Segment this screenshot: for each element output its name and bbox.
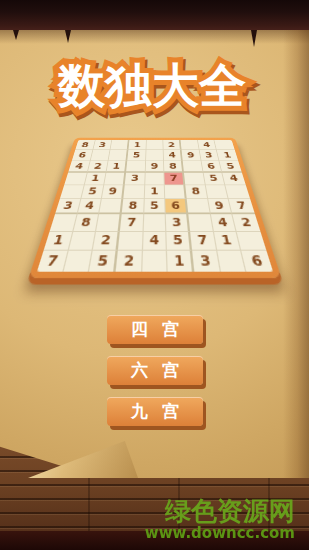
top-status-bar: [0, 0, 309, 30]
cell-r2c7: 9: [182, 150, 202, 161]
sudoku-grid: 8312465493142198651375459183485697873421…: [37, 140, 273, 272]
cell-r7c7: [188, 215, 213, 232]
cell-r9c9: 6: [242, 251, 273, 272]
cell-r3c7: [183, 161, 204, 173]
cell-r3c9: 5: [220, 161, 242, 173]
cell-r8c3: 2: [93, 232, 120, 251]
cell-r3c5: 9: [145, 161, 164, 173]
cell-r6c2: 4: [77, 199, 102, 214]
cell-r7c2: 8: [73, 215, 99, 232]
cell-r9c4: 2: [116, 251, 143, 272]
cell-r6c5: 5: [144, 199, 166, 214]
cell-r3c4: [126, 161, 146, 173]
cell-r4c4: 3: [125, 172, 146, 185]
paper-tear-icon: [251, 30, 257, 47]
cell-r5c5: 1: [144, 185, 165, 199]
cell-r2c2: [90, 150, 110, 161]
cell-r5c4: [123, 185, 145, 199]
paper-tear-icon: [13, 30, 19, 40]
cell-r3c2: 2: [87, 161, 108, 173]
cell-r8c9: [237, 232, 266, 251]
cell-r1c6: 2: [164, 140, 182, 150]
cell-r4c6: 7: [165, 172, 186, 185]
cell-r1c3: [111, 140, 130, 150]
cell-r9c6: 1: [167, 251, 194, 272]
cell-r7c3: [96, 215, 121, 232]
cell-r4c7: [184, 172, 206, 185]
cell-r3c6: 8: [164, 161, 184, 173]
cell-r5c3: 9: [102, 185, 125, 199]
cell-r4c3: [105, 172, 127, 185]
cell-r8c6: 5: [167, 232, 192, 251]
cell-r6c4: 8: [122, 199, 145, 214]
button-9-grid[interactable]: 九宫: [107, 397, 203, 426]
watermark: 绿色资源网 www.downcc.com: [145, 497, 295, 542]
cell-r1c9: [215, 140, 235, 150]
cell-r4c2: 1: [84, 172, 106, 185]
app-screen: 数独大全 数独大全 831246549314219865137545918348…: [0, 0, 309, 550]
cell-r8c7: 7: [190, 232, 217, 251]
cell-r1c5: [146, 140, 164, 150]
cell-r4c5: [145, 172, 165, 185]
cell-r6c6: 6: [166, 199, 189, 214]
cell-r5c6: [165, 185, 187, 199]
cell-r1c2: 3: [93, 140, 112, 150]
cell-r2c9: 1: [217, 150, 238, 161]
cell-r7c6: 3: [166, 215, 190, 232]
cell-r7c5: [143, 215, 166, 232]
watermark-site-url: www.downcc.com: [145, 525, 295, 542]
cell-r7c4: 7: [120, 215, 144, 232]
watermark-site-name: 绿色资源网: [145, 497, 295, 525]
cell-r9c7: 3: [192, 251, 220, 272]
cell-r2c6: 4: [164, 150, 183, 161]
cell-r5c9: [226, 185, 251, 199]
paper-tear-icon: [65, 30, 71, 43]
cell-r9c2: [63, 251, 93, 272]
cell-r7c9: 2: [233, 215, 261, 232]
cell-r1c7: [181, 140, 200, 150]
button-4-grid[interactable]: 四宫: [107, 315, 203, 344]
cell-r6c3: [99, 199, 123, 214]
cell-r2c3: [109, 150, 129, 161]
cell-r8c4: [118, 232, 143, 251]
cell-r8c2: [68, 232, 96, 251]
game-title-text: 数独大全: [57, 58, 246, 113]
cell-r4c9: 4: [223, 172, 246, 185]
cell-r9c5: [142, 251, 168, 272]
cell-r5c2: 5: [81, 185, 105, 199]
cell-r9c3: 5: [89, 251, 117, 272]
cell-r8c5: 4: [143, 232, 168, 251]
cell-r2c4: 5: [127, 150, 146, 161]
game-title: 数独大全 数独大全: [0, 50, 309, 122]
cell-r2c5: [146, 150, 164, 161]
cell-r3c3: 1: [107, 161, 128, 173]
cell-r5c7: 8: [185, 185, 208, 199]
cell-r1c4: 1: [128, 140, 146, 150]
cell-r6c9: 7: [229, 199, 255, 214]
cell-r6c7: [187, 199, 211, 214]
button-6-grid[interactable]: 六宫: [107, 356, 203, 385]
